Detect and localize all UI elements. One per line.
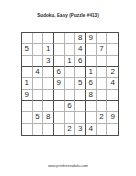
sudoku-cell-r4c5 (65, 67, 76, 78)
sudoku-cell-r3c6: 6 (75, 56, 86, 67)
sudoku-cell-r7c7 (86, 101, 97, 112)
sudoku-cell-r2c3: 1 (43, 44, 54, 55)
sudoku-cell-r7c6 (75, 101, 86, 112)
sudoku-cell-r3c8 (97, 56, 108, 67)
sudoku-cell-r7c1 (22, 101, 33, 112)
footer-url: www.printfreesudoku.com (0, 164, 136, 168)
sudoku-cell-r7c4 (54, 101, 65, 112)
sudoku-cell-r8c6 (75, 112, 86, 123)
sudoku-cell-r4c6 (75, 67, 86, 78)
sudoku-cell-r5c9: 4 (107, 78, 118, 89)
sudoku-cell-r1c3 (43, 33, 54, 44)
sudoku-cell-r7c8 (97, 101, 108, 112)
sudoku-cell-r2c2 (33, 44, 44, 55)
sudoku-cell-r9c2 (33, 124, 44, 135)
sudoku-cell-r8c7 (86, 112, 97, 123)
sudoku-cell-r5c8 (97, 78, 108, 89)
sudoku-cell-r9c1 (22, 124, 33, 135)
sudoku-cell-r2c1: 5 (22, 44, 33, 55)
sudoku-cell-r6c2 (33, 90, 44, 101)
sudoku-cell-r8c9: 9 (107, 112, 118, 123)
sudoku-cell-r2c9 (107, 44, 118, 55)
sudoku-cell-r6c6 (75, 90, 86, 101)
page-title: Sudoku, Easy (Puzzle #413) (0, 13, 136, 18)
sudoku-cell-r8c1 (22, 112, 33, 123)
sudoku-cell-r4c2: 4 (33, 67, 44, 78)
sudoku-cell-r4c8 (97, 67, 108, 78)
sudoku-cell-r6c4 (54, 90, 65, 101)
sudoku-cell-r3c2 (33, 56, 44, 67)
sudoku-cell-r2c8: 7 (97, 44, 108, 55)
sudoku-cell-r7c3 (43, 101, 54, 112)
sudoku-cell-r8c5 (65, 112, 76, 123)
sudoku-cell-r8c3: 8 (43, 112, 54, 123)
sudoku-cell-r5c3 (43, 78, 54, 89)
sudoku-cell-r4c4: 6 (54, 67, 65, 78)
sudoku-cell-r1c8 (97, 33, 108, 44)
sudoku-cell-r5c6: 5 (75, 78, 86, 89)
sudoku-cell-r4c1 (22, 67, 33, 78)
sudoku-cell-r9c7: 4 (86, 124, 97, 135)
sudoku-cell-r2c5 (65, 44, 76, 55)
sudoku-cell-r6c1: 9 (22, 90, 33, 101)
sudoku-cell-r1c5 (65, 33, 76, 44)
sudoku-cell-r5c5 (65, 78, 76, 89)
sudoku-board: 8951473164612195649865829234 (21, 32, 119, 136)
sudoku-cell-r7c2 (33, 101, 44, 112)
sudoku-cell-r8c2: 5 (33, 112, 44, 123)
sudoku-cell-r3c3: 3 (43, 56, 54, 67)
sudoku-cell-r2c4 (54, 44, 65, 55)
sudoku-cell-r6c5 (65, 90, 76, 101)
sudoku-cell-r1c6: 8 (75, 33, 86, 44)
sudoku-cell-r9c5: 2 (65, 124, 76, 135)
sudoku-cell-r1c9 (107, 33, 118, 44)
sudoku-cell-r3c1 (22, 56, 33, 67)
sudoku-cell-r1c4 (54, 33, 65, 44)
sudoku-cell-r9c8 (97, 124, 108, 135)
sudoku-cell-r9c4 (54, 124, 65, 135)
sudoku-cell-r6c3 (43, 90, 54, 101)
sudoku-cell-r5c2 (33, 78, 44, 89)
sudoku-cell-r6c7: 8 (86, 90, 97, 101)
sudoku-cell-r6c8 (97, 90, 108, 101)
sudoku-cell-r3c4 (54, 56, 65, 67)
sudoku-cell-r9c9 (107, 124, 118, 135)
sudoku-cell-r4c9: 2 (107, 67, 118, 78)
sudoku-cell-r3c9 (107, 56, 118, 67)
sudoku-cell-r5c1: 1 (22, 78, 33, 89)
sudoku-cell-r6c9 (107, 90, 118, 101)
sudoku-page: Sudoku, Easy (Puzzle #413) 8951473164612… (0, 0, 136, 176)
sudoku-cell-r1c7: 9 (86, 33, 97, 44)
sudoku-cell-r3c5: 1 (65, 56, 76, 67)
sudoku-cell-r8c8: 2 (97, 112, 108, 123)
sudoku-cell-r4c3 (43, 67, 54, 78)
sudoku-cell-r9c6: 3 (75, 124, 86, 135)
sudoku-cell-r1c2 (33, 33, 44, 44)
sudoku-cell-r4c7: 1 (86, 67, 97, 78)
sudoku-cell-r3c7 (86, 56, 97, 67)
sudoku-cell-r5c7: 6 (86, 78, 97, 89)
sudoku-cell-r9c3 (43, 124, 54, 135)
sudoku-cell-r8c4 (54, 112, 65, 123)
sudoku-cell-r2c6: 4 (75, 44, 86, 55)
sudoku-cell-r5c4: 9 (54, 78, 65, 89)
sudoku-cell-r7c5: 6 (65, 101, 76, 112)
sudoku-cell-r1c1 (22, 33, 33, 44)
sudoku-cell-r2c7 (86, 44, 97, 55)
sudoku-cell-r7c9 (107, 101, 118, 112)
